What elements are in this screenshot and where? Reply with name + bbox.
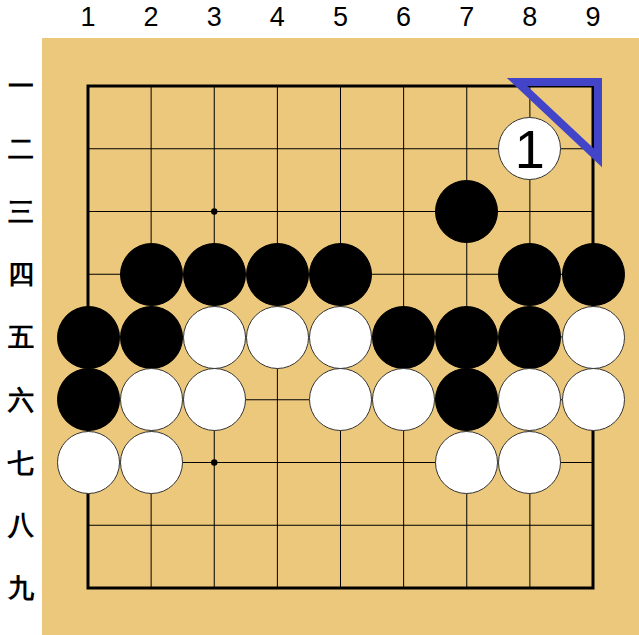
point-5-8[interactable] bbox=[309, 494, 372, 557]
point-7-3[interactable] bbox=[435, 180, 498, 243]
black-stone bbox=[372, 306, 435, 369]
point-5-7[interactable] bbox=[309, 431, 372, 494]
point-2-1[interactable] bbox=[120, 55, 183, 118]
col-label-2: 2 bbox=[119, 1, 183, 33]
point-7-4[interactable] bbox=[435, 243, 498, 306]
point-5-1[interactable] bbox=[309, 55, 372, 118]
point-2-6[interactable] bbox=[120, 368, 183, 431]
point-5-5[interactable] bbox=[309, 306, 372, 369]
point-8-2[interactable]: 1 bbox=[498, 117, 561, 180]
point-8-1[interactable] bbox=[498, 55, 561, 118]
col-label-7: 7 bbox=[435, 1, 499, 33]
white-stone-move-1: 1 bbox=[498, 117, 561, 180]
point-2-7[interactable] bbox=[120, 431, 183, 494]
point-2-3[interactable] bbox=[120, 180, 183, 243]
point-7-7[interactable] bbox=[435, 431, 498, 494]
point-1-3[interactable] bbox=[56, 180, 119, 243]
white-stone bbox=[183, 306, 246, 369]
point-7-6[interactable] bbox=[435, 368, 498, 431]
point-1-6[interactable] bbox=[56, 368, 119, 431]
point-1-8[interactable] bbox=[56, 494, 119, 557]
point-7-1[interactable] bbox=[435, 55, 498, 118]
point-4-4[interactable] bbox=[246, 243, 309, 306]
point-5-6[interactable] bbox=[309, 368, 372, 431]
white-stone bbox=[498, 431, 561, 494]
black-stone bbox=[498, 243, 561, 306]
white-stone bbox=[562, 306, 625, 369]
point-4-3[interactable] bbox=[246, 180, 309, 243]
point-6-7[interactable] bbox=[372, 431, 435, 494]
white-stone bbox=[435, 431, 498, 494]
black-stone bbox=[498, 306, 561, 369]
row-label-4: 四 bbox=[0, 257, 42, 291]
white-stone bbox=[372, 368, 435, 431]
point-1-9[interactable] bbox=[56, 557, 119, 620]
row-label-6: 六 bbox=[0, 383, 42, 417]
point-8-3[interactable] bbox=[498, 180, 561, 243]
point-5-4[interactable] bbox=[309, 243, 372, 306]
stone-grid: 1 bbox=[56, 55, 624, 620]
point-7-9[interactable] bbox=[435, 557, 498, 620]
point-8-6[interactable] bbox=[498, 368, 561, 431]
point-6-3[interactable] bbox=[372, 180, 435, 243]
point-4-8[interactable] bbox=[246, 494, 309, 557]
point-9-5[interactable] bbox=[561, 306, 624, 369]
point-8-7[interactable] bbox=[498, 431, 561, 494]
go-problem-screenshot: 1 123456789 一二三四五六七八九 bbox=[0, 0, 639, 635]
point-3-5[interactable] bbox=[183, 306, 246, 369]
point-6-8[interactable] bbox=[372, 494, 435, 557]
point-4-2[interactable] bbox=[246, 117, 309, 180]
black-stone bbox=[57, 368, 120, 431]
white-stone bbox=[120, 431, 183, 494]
point-2-5[interactable] bbox=[120, 306, 183, 369]
row-label-1: 一 bbox=[0, 69, 42, 103]
point-7-2[interactable] bbox=[435, 117, 498, 180]
white-stone bbox=[120, 368, 183, 431]
point-3-8[interactable] bbox=[183, 494, 246, 557]
white-stone bbox=[183, 368, 246, 431]
point-7-8[interactable] bbox=[435, 494, 498, 557]
point-1-2[interactable] bbox=[56, 117, 119, 180]
black-stone bbox=[120, 243, 183, 306]
point-5-9[interactable] bbox=[309, 557, 372, 620]
black-stone bbox=[246, 243, 309, 306]
col-label-5: 5 bbox=[309, 1, 373, 33]
point-3-7[interactable] bbox=[183, 431, 246, 494]
point-4-5[interactable] bbox=[246, 306, 309, 369]
white-stone bbox=[498, 368, 561, 431]
point-2-4[interactable] bbox=[120, 243, 183, 306]
point-5-3[interactable] bbox=[309, 180, 372, 243]
point-9-6[interactable] bbox=[561, 368, 624, 431]
point-4-9[interactable] bbox=[246, 557, 309, 620]
col-label-4: 4 bbox=[245, 1, 309, 33]
row-label-8: 八 bbox=[0, 508, 42, 542]
black-stone bbox=[435, 368, 498, 431]
col-label-1: 1 bbox=[56, 1, 120, 33]
point-2-2[interactable] bbox=[120, 117, 183, 180]
black-stone bbox=[435, 180, 498, 243]
point-9-7[interactable] bbox=[561, 431, 624, 494]
point-1-4[interactable] bbox=[56, 243, 119, 306]
point-6-1[interactable] bbox=[372, 55, 435, 118]
col-label-6: 6 bbox=[372, 1, 436, 33]
point-3-4[interactable] bbox=[183, 243, 246, 306]
point-9-8[interactable] bbox=[561, 494, 624, 557]
point-8-9[interactable] bbox=[498, 557, 561, 620]
white-stone bbox=[57, 431, 120, 494]
white-stone bbox=[246, 306, 309, 369]
point-4-1[interactable] bbox=[246, 55, 309, 118]
white-stone bbox=[562, 368, 625, 431]
black-stone bbox=[120, 306, 183, 369]
point-6-5[interactable] bbox=[372, 306, 435, 369]
point-9-3[interactable] bbox=[561, 180, 624, 243]
point-2-8[interactable] bbox=[120, 494, 183, 557]
point-7-5[interactable] bbox=[435, 306, 498, 369]
point-4-7[interactable] bbox=[246, 431, 309, 494]
row-label-9: 九 bbox=[0, 571, 42, 605]
row-label-5: 五 bbox=[0, 320, 42, 354]
point-5-2[interactable] bbox=[309, 117, 372, 180]
point-6-2[interactable] bbox=[372, 117, 435, 180]
row-label-7: 七 bbox=[0, 446, 42, 480]
white-stone bbox=[309, 306, 372, 369]
point-3-1[interactable] bbox=[183, 55, 246, 118]
point-1-1[interactable] bbox=[56, 55, 119, 118]
col-label-9: 9 bbox=[561, 1, 625, 33]
point-3-9[interactable] bbox=[183, 557, 246, 620]
white-stone bbox=[309, 368, 372, 431]
point-8-4[interactable] bbox=[498, 243, 561, 306]
row-label-2: 二 bbox=[0, 132, 42, 166]
point-9-2[interactable] bbox=[561, 117, 624, 180]
point-6-9[interactable] bbox=[372, 557, 435, 620]
point-1-5[interactable] bbox=[56, 306, 119, 369]
point-1-7[interactable] bbox=[56, 431, 119, 494]
black-stone bbox=[435, 306, 498, 369]
point-9-9[interactable] bbox=[561, 557, 624, 620]
black-stone bbox=[183, 243, 246, 306]
point-2-9[interactable] bbox=[120, 557, 183, 620]
point-8-8[interactable] bbox=[498, 494, 561, 557]
point-6-6[interactable] bbox=[372, 368, 435, 431]
point-9-4[interactable] bbox=[561, 243, 624, 306]
point-3-3[interactable] bbox=[183, 180, 246, 243]
point-6-4[interactable] bbox=[372, 243, 435, 306]
point-3-6[interactable] bbox=[183, 368, 246, 431]
point-4-6[interactable] bbox=[246, 368, 309, 431]
point-8-5[interactable] bbox=[498, 306, 561, 369]
black-stone bbox=[562, 243, 625, 306]
row-label-3: 三 bbox=[0, 195, 42, 229]
col-label-8: 8 bbox=[498, 1, 562, 33]
point-9-1[interactable] bbox=[561, 55, 624, 118]
black-stone bbox=[309, 243, 372, 306]
black-stone bbox=[57, 306, 120, 369]
point-3-2[interactable] bbox=[183, 117, 246, 180]
col-label-3: 3 bbox=[182, 1, 246, 33]
